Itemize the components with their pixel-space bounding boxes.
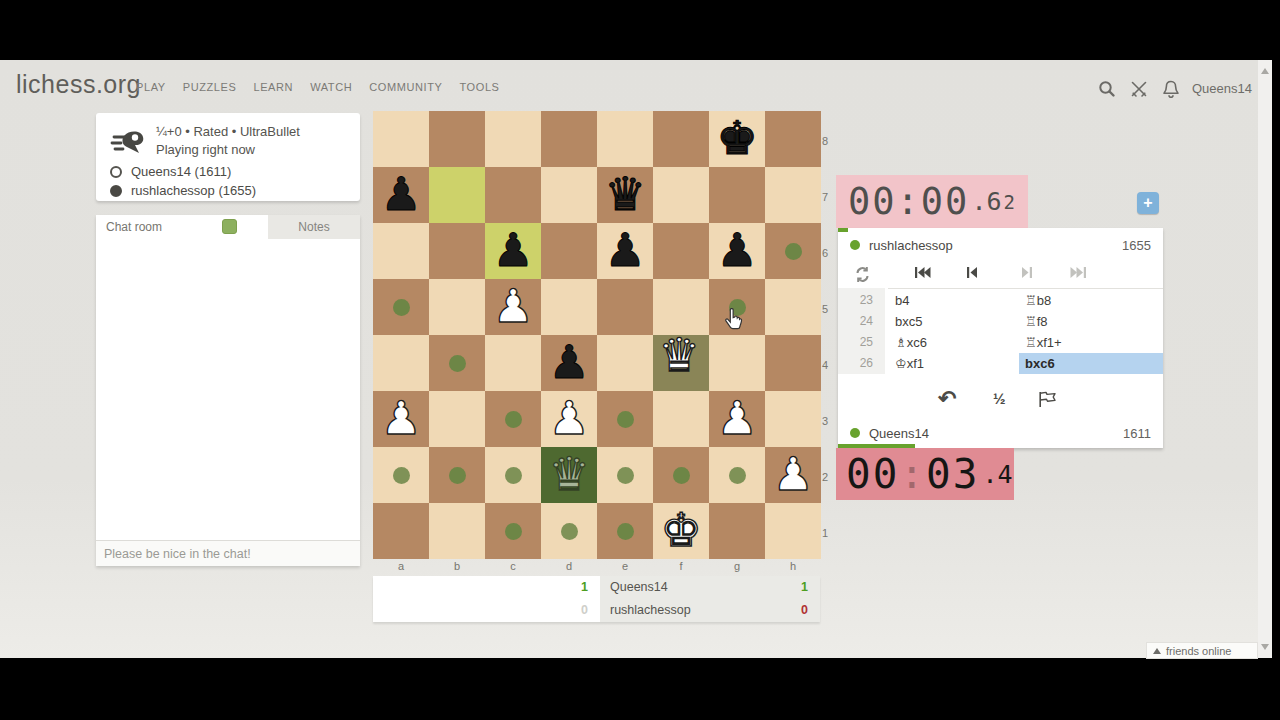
square-a7[interactable]: ♟: [373, 167, 429, 223]
black-clock: 00:00.62: [836, 175, 1028, 228]
rank-label-5: 5: [822, 279, 828, 335]
square-d3[interactable]: ♟: [541, 391, 597, 447]
score-player-name[interactable]: rushlachessop: [610, 599, 801, 622]
chess-board[interactable]: ♚♟♛♟♟♟♟♟♛♟♟♟♛♟♚: [373, 111, 821, 559]
square-g7[interactable]: [709, 167, 765, 223]
expand-up-icon: [1153, 648, 1161, 654]
move-dest-dot[interactable]: [673, 467, 690, 484]
move-dest-dot[interactable]: [785, 243, 802, 260]
move-dest-dot[interactable]: [393, 467, 410, 484]
rank-label-1: 1: [822, 503, 828, 559]
move-dest-dot[interactable]: [617, 411, 634, 428]
square-b5[interactable]: [429, 279, 485, 335]
rank-label-6: 6: [822, 223, 828, 279]
resign-flag-icon[interactable]: [1038, 391, 1058, 408]
square-e4[interactable]: [597, 335, 653, 391]
square-h1[interactable]: [765, 503, 821, 559]
file-label-f: f: [653, 560, 709, 572]
rank-label-2: 2: [822, 447, 828, 503]
square-b6[interactable]: [429, 223, 485, 279]
file-label-b: b: [429, 560, 485, 572]
challenges-crossed-swords-icon[interactable]: [1129, 79, 1149, 99]
move-dest-dot[interactable]: [393, 299, 410, 316]
square-a1[interactable]: [373, 503, 429, 559]
white-color-icon: [110, 166, 122, 178]
white-player-row[interactable]: Queens14 1611: [838, 420, 1163, 446]
move-number: 26: [838, 353, 885, 374]
rank-label-3: 3: [822, 391, 828, 447]
rank-label-4: 4: [822, 335, 828, 391]
square-d8[interactable]: [541, 111, 597, 167]
file-label-h: h: [765, 560, 821, 572]
online-dot-icon: [850, 428, 860, 438]
file-label-a: a: [373, 560, 429, 572]
site-logo[interactable]: lichess.org: [16, 70, 141, 99]
friends-online-bar[interactable]: friends online: [1146, 642, 1258, 659]
white-queen[interactable]: ♛: [651, 328, 707, 384]
match-score-table: 10 Queens141rushlachessop0: [373, 576, 820, 622]
first-move-icon[interactable]: [914, 266, 931, 279]
chat-panel: Chat room Notes: [96, 215, 360, 566]
nav-item-puzzles[interactable]: PUZZLES: [183, 81, 237, 93]
square-f5[interactable]: [653, 279, 709, 335]
session-score: 0: [581, 599, 588, 622]
file-label-d: d: [541, 560, 597, 572]
square-e8[interactable]: [597, 111, 653, 167]
move-row: 26♔xf1bxc6: [838, 353, 1163, 374]
black-queen[interactable]: ♛: [597, 167, 653, 223]
move-dest-dot[interactable]: [617, 467, 634, 484]
black-pawn[interactable]: ♟: [485, 223, 541, 279]
score-value: 1: [801, 576, 808, 599]
square-c8[interactable]: [485, 111, 541, 167]
square-d4[interactable]: ♟: [541, 335, 597, 391]
move-row: 25♗xc6♖xf1+: [838, 332, 1163, 353]
move-list-card: rushlachessop 1655: [838, 228, 1163, 448]
square-f8[interactable]: [653, 111, 709, 167]
square-c7[interactable]: [485, 167, 541, 223]
square-f4[interactable]: ♛: [653, 335, 709, 391]
file-label-e: e: [597, 560, 653, 572]
game-setup-text: ¼+0 • Rated • UltraBullet: [156, 124, 300, 139]
square-b2[interactable]: [429, 447, 485, 503]
move-dest-dot[interactable]: [449, 355, 466, 372]
notifications-bell-icon[interactable]: [1161, 79, 1181, 99]
replay-controls: [838, 260, 1163, 288]
square-e1[interactable]: [597, 503, 653, 559]
file-label-c: c: [485, 560, 541, 572]
score-player-name[interactable]: Queens14: [610, 576, 801, 599]
rank-label-7: 7: [822, 167, 828, 223]
square-g8[interactable]: ♚: [709, 111, 765, 167]
black-move[interactable]: ♖xf1+: [1019, 332, 1163, 353]
white-move[interactable]: bxc5: [885, 311, 1019, 332]
main-nav: PLAYPUZZLESLEARNWATCHCOMMUNITYTOOLS: [136, 81, 500, 93]
move-number: 24: [838, 311, 885, 332]
score-row: Queens141: [600, 576, 820, 599]
black-pawn[interactable]: ♟: [541, 335, 597, 391]
square-d7[interactable]: [541, 167, 597, 223]
square-b8[interactable]: [429, 111, 485, 167]
move-number: 23: [838, 290, 885, 311]
square-h7[interactable]: [765, 167, 821, 223]
black-pawn[interactable]: ♟: [597, 223, 653, 279]
black-pawn[interactable]: ♟: [373, 167, 429, 223]
square-g2[interactable]: [709, 447, 765, 503]
scroll-up-icon[interactable]: [1261, 68, 1269, 74]
score-value: 0: [801, 599, 808, 622]
header-username[interactable]: Queens14: [1192, 81, 1252, 96]
black-player-link[interactable]: rushlachessop (1655): [110, 183, 256, 198]
square-a4[interactable]: [373, 335, 429, 391]
square-a3[interactable]: ♟: [373, 391, 429, 447]
tab-chat-room[interactable]: Chat room: [96, 215, 268, 239]
score-right-column: Queens141rushlachessop0: [600, 576, 820, 622]
square-c6[interactable]: ♟: [485, 223, 541, 279]
white-pawn[interactable]: ♟: [373, 391, 429, 447]
scroll-down-icon[interactable]: [1261, 644, 1269, 650]
hand-cursor-icon: [723, 308, 743, 332]
square-c5[interactable]: ♟: [485, 279, 541, 335]
white-pawn[interactable]: ♟: [485, 279, 541, 335]
session-score: 1: [581, 576, 588, 599]
square-b3[interactable]: [429, 391, 485, 447]
white-pawn[interactable]: ♟: [765, 447, 821, 503]
square-h3[interactable]: [765, 391, 821, 447]
square-g6[interactable]: ♟: [709, 223, 765, 279]
divider: [888, 288, 1163, 289]
black-player-row[interactable]: rushlachessop 1655: [838, 232, 1163, 258]
offer-draw-button[interactable]: ½: [993, 390, 1006, 407]
nav-item-watch[interactable]: WATCH: [310, 81, 352, 93]
white-clock: 00:03.4: [836, 448, 1014, 500]
square-e5[interactable]: [597, 279, 653, 335]
nav-item-community[interactable]: COMMUNITY: [369, 81, 442, 93]
black-color-icon: [110, 185, 122, 197]
white-queen[interactable]: ♛: [541, 447, 597, 503]
nav-item-play[interactable]: PLAY: [136, 81, 166, 93]
square-f3[interactable]: [653, 391, 709, 447]
square-d1[interactable]: [541, 503, 597, 559]
game-actions: ↶ ½: [838, 384, 1163, 420]
move-row: 23b4♖b8: [838, 290, 1163, 311]
move-number: 25: [838, 332, 885, 353]
move-dest-dot[interactable]: [617, 523, 634, 540]
square-c2[interactable]: [485, 447, 541, 503]
square-g1[interactable]: [709, 503, 765, 559]
square-d2[interactable]: ♛: [541, 447, 597, 503]
page-scrollbar[interactable]: [1258, 60, 1272, 658]
move-dest-dot[interactable]: [729, 467, 746, 484]
search-icon[interactable]: [1097, 79, 1117, 99]
square-e7[interactable]: ♛: [597, 167, 653, 223]
black-king[interactable]: ♚: [709, 111, 765, 167]
square-g4[interactable]: [709, 335, 765, 391]
game-info-card: ¼+0 • Rated • UltraBullet Playing right …: [96, 113, 360, 201]
move-dest-dot[interactable]: [449, 467, 466, 484]
square-f2[interactable]: [653, 447, 709, 503]
square-c1[interactable]: [485, 503, 541, 559]
screenshot-stage: lichess.org PLAYPUZZLESLEARNWATCHCOMMUNI…: [0, 0, 1280, 720]
square-h4[interactable]: [765, 335, 821, 391]
last-move-icon[interactable]: [1070, 266, 1087, 279]
tab-notes[interactable]: Notes: [268, 215, 360, 239]
move-row: 24bxc5♖f8: [838, 311, 1163, 332]
square-d5[interactable]: [541, 279, 597, 335]
rank-label-8: 8: [822, 111, 828, 167]
square-c3[interactable]: [485, 391, 541, 447]
score-left-column: 10: [373, 576, 600, 622]
square-d6[interactable]: [541, 223, 597, 279]
lichess-page: lichess.org PLAYPUZZLESLEARNWATCHCOMMUNI…: [0, 60, 1258, 658]
square-a6[interactable]: [373, 223, 429, 279]
move-dest-dot[interactable]: [505, 523, 522, 540]
chat-tabs: Chat room Notes: [96, 215, 360, 239]
white-pawn[interactable]: ♟: [541, 391, 597, 447]
square-a5[interactable]: [373, 279, 429, 335]
score-row: rushlachessop0: [600, 599, 820, 622]
chat-messages: [96, 239, 360, 540]
square-b4[interactable]: [429, 335, 485, 391]
rank-labels: 87654321: [822, 111, 828, 559]
square-f7[interactable]: [653, 167, 709, 223]
takeback-button[interactable]: ↶: [938, 386, 956, 412]
square-e3[interactable]: [597, 391, 653, 447]
current-move[interactable]: bxc6: [1019, 353, 1163, 374]
square-h6[interactable]: [765, 223, 821, 279]
square-g3[interactable]: ♟: [709, 391, 765, 447]
give-more-time-button[interactable]: +: [1137, 192, 1159, 214]
nav-item-tools[interactable]: TOOLS: [459, 81, 499, 93]
move-dest-dot[interactable]: [561, 523, 578, 540]
square-h5[interactable]: [765, 279, 821, 335]
square-f1[interactable]: ♚: [653, 503, 709, 559]
square-c4[interactable]: [485, 335, 541, 391]
ultrabullet-icon: [110, 127, 148, 159]
white-move[interactable]: ♔xf1: [885, 353, 1019, 374]
game-status-text: Playing right now: [156, 142, 255, 157]
online-dot-icon: [850, 240, 860, 250]
next-move-icon[interactable]: [1021, 266, 1033, 279]
square-b1[interactable]: [429, 503, 485, 559]
square-h2[interactable]: ♟: [765, 447, 821, 503]
white-pawn[interactable]: ♟: [709, 391, 765, 447]
nav-item-learn[interactable]: LEARN: [253, 81, 293, 93]
white-move[interactable]: b4: [885, 290, 1019, 311]
white-move[interactable]: ♗xc6: [885, 332, 1019, 353]
move-dest-dot[interactable]: [505, 467, 522, 484]
white-player-link[interactable]: Queens14 (1611): [110, 164, 231, 179]
previous-move-icon[interactable]: [966, 266, 978, 279]
chat-input[interactable]: [96, 540, 360, 566]
black-pawn[interactable]: ♟: [709, 223, 765, 279]
chat-toggle[interactable]: [222, 219, 237, 234]
move-list: 23b4♖b824bxc5♖f825♗xc6♖xf1+26♔xf1bxc6: [838, 290, 1163, 374]
flip-board-icon[interactable]: [854, 266, 871, 283]
file-label-g: g: [709, 560, 765, 572]
square-e6[interactable]: ♟: [597, 223, 653, 279]
square-b7[interactable]: [429, 167, 485, 223]
square-h8[interactable]: [765, 111, 821, 167]
square-a8[interactable]: [373, 111, 429, 167]
move-dest-dot[interactable]: [505, 411, 522, 428]
square-a2[interactable]: [373, 447, 429, 503]
square-e2[interactable]: [597, 447, 653, 503]
white-king[interactable]: ♚: [653, 503, 709, 559]
square-f6[interactable]: [653, 223, 709, 279]
black-move[interactable]: ♖f8: [1019, 311, 1163, 332]
black-move[interactable]: ♖b8: [1019, 290, 1163, 311]
file-labels: abcdefgh: [373, 560, 821, 572]
